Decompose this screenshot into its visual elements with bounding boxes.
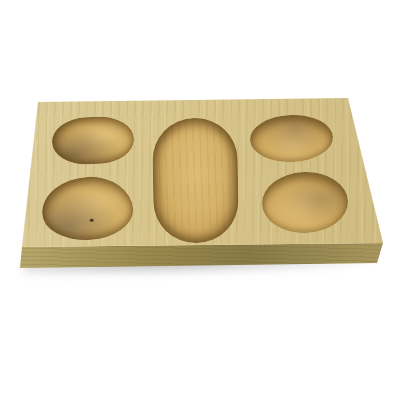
store-center[interactable] <box>152 117 239 243</box>
wood-knot <box>90 218 94 221</box>
photo-background <box>0 0 400 400</box>
